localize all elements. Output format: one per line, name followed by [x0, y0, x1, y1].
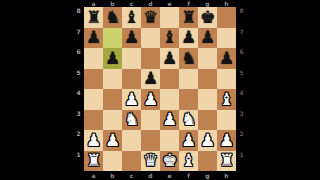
black-bishop-e7[interactable]: ♝	[162, 29, 177, 46]
rank-label-2-right: 2	[237, 130, 246, 138]
square-e8[interactable]	[160, 7, 179, 28]
square-g6[interactable]	[198, 48, 217, 69]
black-pawn-h6[interactable]: ♟	[219, 49, 234, 66]
white-queen-d1[interactable]: ♛	[143, 152, 158, 169]
square-b3[interactable]	[103, 110, 122, 131]
rank-label-5-right: 5	[237, 69, 246, 77]
square-f3[interactable]: ♞	[179, 110, 198, 131]
square-h2[interactable]: ♟	[217, 130, 236, 151]
square-a1[interactable]: ♜	[84, 151, 103, 172]
square-f5[interactable]	[179, 69, 198, 90]
rank-label-4-left: 4	[74, 89, 83, 97]
rank-label-1-left: 1	[74, 151, 83, 159]
square-c8[interactable]: ♝	[122, 7, 141, 28]
square-d7[interactable]	[141, 28, 160, 49]
square-h1[interactable]: ♜	[217, 151, 236, 172]
square-d1[interactable]: ♛	[141, 151, 160, 172]
square-e6[interactable]: ♟	[160, 48, 179, 69]
square-h4[interactable]: ♝	[217, 89, 236, 110]
square-c5[interactable]	[122, 69, 141, 90]
square-b7[interactable]	[103, 28, 122, 49]
white-knight-c3[interactable]: ♞	[124, 111, 139, 128]
square-e3[interactable]: ♟	[160, 110, 179, 131]
black-knight-b8[interactable]: ♞	[105, 8, 120, 25]
white-king-e1[interactable]: ♚	[162, 152, 177, 169]
black-pawn-f7[interactable]: ♟	[181, 29, 196, 46]
rank-label-3-right: 3	[237, 110, 246, 118]
square-f1[interactable]: ♝	[179, 151, 198, 172]
square-g7[interactable]: ♟	[198, 28, 217, 49]
square-d6[interactable]	[141, 48, 160, 69]
rank-label-6-left: 6	[74, 48, 83, 56]
square-a6[interactable]	[84, 48, 103, 69]
square-a4[interactable]	[84, 89, 103, 110]
rank-label-8-left: 8	[74, 7, 83, 15]
white-pawn-d4[interactable]: ♟	[143, 90, 158, 107]
square-b8[interactable]: ♞	[103, 7, 122, 28]
square-a3[interactable]	[84, 110, 103, 131]
chess-board: ♜♞♝♛♜♚♟♟♝♟♟♟♟♞♟♟♟♟♝♞♟♞♟♟♟♟♟♜♛♚♝♜	[84, 7, 236, 171]
file-labels-bottom: abcdefgh	[84, 172, 236, 180]
white-pawn-b2[interactable]: ♟	[105, 131, 120, 148]
black-rook-f8[interactable]: ♜	[181, 8, 196, 25]
black-pawn-a7[interactable]: ♟	[86, 29, 101, 46]
white-pawn-g2[interactable]: ♟	[200, 131, 215, 148]
black-king-g8[interactable]: ♚	[200, 8, 215, 25]
white-pawn-e3[interactable]: ♟	[162, 111, 177, 128]
file-label-g-bottom: g	[198, 172, 217, 180]
white-pawn-a2[interactable]: ♟	[86, 131, 101, 148]
square-e4[interactable]	[160, 89, 179, 110]
square-g4[interactable]	[198, 89, 217, 110]
white-bishop-h4[interactable]: ♝	[219, 90, 234, 107]
file-label-a-bottom: a	[84, 172, 103, 180]
file-label-e-top: e	[160, 0, 179, 7]
white-pawn-f2[interactable]: ♟	[181, 131, 196, 148]
rank-labels-left: 87654321	[74, 7, 83, 171]
square-h8[interactable]	[217, 7, 236, 28]
black-pawn-b6[interactable]: ♟	[105, 49, 120, 66]
black-rook-a8[interactable]: ♜	[86, 8, 101, 25]
square-h6[interactable]: ♟	[217, 48, 236, 69]
square-d2[interactable]	[141, 130, 160, 151]
square-h7[interactable]	[217, 28, 236, 49]
square-g2[interactable]: ♟	[198, 130, 217, 151]
square-c1[interactable]	[122, 151, 141, 172]
file-label-b-bottom: b	[103, 172, 122, 180]
square-h3[interactable]	[217, 110, 236, 131]
square-b1[interactable]	[103, 151, 122, 172]
rank-label-8-right: 8	[237, 7, 246, 15]
square-e2[interactable]	[160, 130, 179, 151]
square-b4[interactable]	[103, 89, 122, 110]
rank-label-4-right: 4	[237, 89, 246, 97]
square-g3[interactable]	[198, 110, 217, 131]
square-f7[interactable]: ♟	[179, 28, 198, 49]
square-b6[interactable]: ♟	[103, 48, 122, 69]
rank-label-1-right: 1	[237, 151, 246, 159]
square-h5[interactable]	[217, 69, 236, 90]
square-f4[interactable]	[179, 89, 198, 110]
letterbox-background: abcdefgh abcdefgh 87654321 87654321 ♜♞♝♛…	[0, 0, 320, 180]
rank-label-7-left: 7	[74, 28, 83, 36]
square-e5[interactable]	[160, 69, 179, 90]
square-d3[interactable]	[141, 110, 160, 131]
square-a7[interactable]: ♟	[84, 28, 103, 49]
square-f8[interactable]: ♜	[179, 7, 198, 28]
rank-label-2-left: 2	[74, 130, 83, 138]
square-b2[interactable]: ♟	[103, 130, 122, 151]
file-label-c-bottom: c	[122, 172, 141, 180]
rank-label-7-right: 7	[237, 28, 246, 36]
square-c2[interactable]	[122, 130, 141, 151]
square-g1[interactable]	[198, 151, 217, 172]
black-knight-f6[interactable]: ♞	[181, 49, 196, 66]
square-g5[interactable]	[198, 69, 217, 90]
black-bishop-c8[interactable]: ♝	[124, 8, 139, 25]
square-c7[interactable]: ♟	[122, 28, 141, 49]
square-d4[interactable]: ♟	[141, 89, 160, 110]
rank-label-5-left: 5	[74, 69, 83, 77]
black-pawn-g7[interactable]: ♟	[200, 29, 215, 46]
square-a5[interactable]	[84, 69, 103, 90]
square-f2[interactable]: ♟	[179, 130, 198, 151]
square-g8[interactable]: ♚	[198, 7, 217, 28]
rank-labels-right: 87654321	[237, 7, 246, 171]
rank-label-6-right: 6	[237, 48, 246, 56]
file-label-f-bottom: f	[179, 172, 198, 180]
square-e7[interactable]: ♝	[160, 28, 179, 49]
square-f6[interactable]: ♞	[179, 48, 198, 69]
black-pawn-d5[interactable]: ♟	[143, 70, 158, 87]
file-label-h-bottom: h	[217, 172, 236, 180]
file-label-h-top: h	[217, 0, 236, 7]
white-bishop-f1[interactable]: ♝	[181, 152, 196, 169]
square-a2[interactable]: ♟	[84, 130, 103, 151]
square-a8[interactable]: ♜	[84, 7, 103, 28]
file-label-e-bottom: e	[160, 172, 179, 180]
white-pawn-h2[interactable]: ♟	[219, 131, 234, 148]
square-d5[interactable]: ♟	[141, 69, 160, 90]
white-knight-f3[interactable]: ♞	[181, 111, 196, 128]
file-label-d-bottom: d	[141, 172, 160, 180]
square-e1[interactable]: ♚	[160, 151, 179, 172]
white-rook-h1[interactable]: ♜	[219, 152, 234, 169]
rank-label-3-left: 3	[74, 110, 83, 118]
square-c6[interactable]	[122, 48, 141, 69]
black-pawn-e6[interactable]: ♟	[162, 49, 177, 66]
black-queen-d8[interactable]: ♛	[143, 8, 158, 25]
square-b5[interactable]	[103, 69, 122, 90]
black-pawn-c7[interactable]: ♟	[124, 29, 139, 46]
white-rook-a1[interactable]: ♜	[86, 152, 101, 169]
square-d8[interactable]: ♛	[141, 7, 160, 28]
white-pawn-c4[interactable]: ♟	[124, 90, 139, 107]
square-c3[interactable]: ♞	[122, 110, 141, 131]
square-c4[interactable]: ♟	[122, 89, 141, 110]
